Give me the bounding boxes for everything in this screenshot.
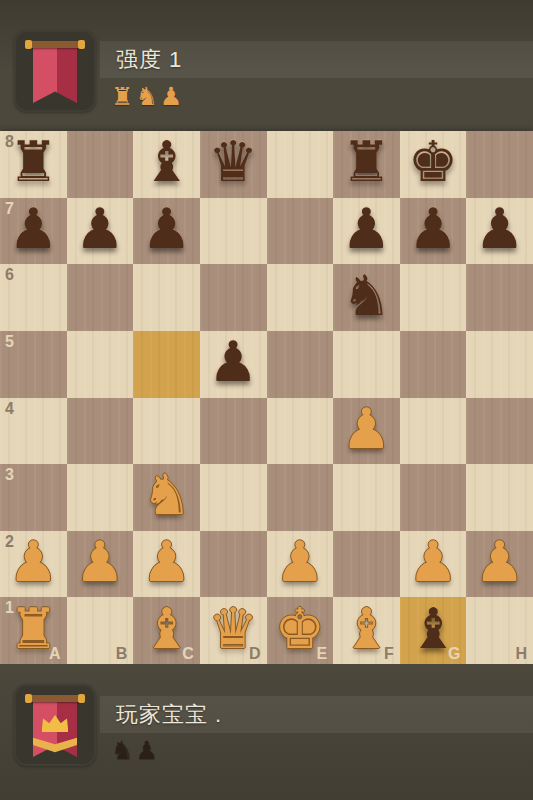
piece-black-king[interactable]: ♚ <box>408 134 458 190</box>
rank-label-3: 3 <box>5 466 14 484</box>
square-h3[interactable] <box>466 464 533 531</box>
piece-white-pawn[interactable]: ♟ <box>275 534 325 590</box>
square-a1[interactable]: 1A♜ <box>0 597 67 664</box>
square-a2[interactable]: 2♟ <box>0 531 67 598</box>
square-e3[interactable] <box>267 464 334 531</box>
player-name: 玩家宝宝 . <box>116 700 222 730</box>
square-d3[interactable] <box>200 464 267 531</box>
red-banner-icon <box>26 39 84 105</box>
square-a3[interactable]: 3 <box>0 464 67 531</box>
square-e6[interactable] <box>267 264 334 331</box>
file-label-h: H <box>515 645 527 663</box>
square-c6[interactable] <box>133 264 200 331</box>
opponent-bar: 强度 1 ♜♞♟ <box>0 0 533 131</box>
square-b1[interactable]: B <box>67 597 134 664</box>
square-b8[interactable] <box>67 131 134 198</box>
red-banner-crown-icon <box>26 693 84 759</box>
square-e7[interactable] <box>267 198 334 265</box>
square-g1[interactable]: G♝ <box>400 597 467 664</box>
square-h7[interactable]: ♟ <box>466 198 533 265</box>
square-f4[interactable]: ♟ <box>333 398 400 465</box>
file-label-e: E <box>316 645 327 663</box>
square-a5[interactable]: 5 <box>0 331 67 398</box>
square-b2[interactable]: ♟ <box>67 531 134 598</box>
chess-board: 8♜♝♛♜♚7♟♟♟♟♟♟6♞5♟4♟3♞2♟♟♟♟♟♟1A♜BC♝D♛E♚F♝… <box>0 131 533 664</box>
square-a8[interactable]: 8♜ <box>0 131 67 198</box>
rank-label-1: 1 <box>5 599 14 617</box>
piece-black-pawn[interactable]: ♟ <box>475 201 525 257</box>
square-f2[interactable] <box>333 531 400 598</box>
square-e5[interactable] <box>267 331 334 398</box>
square-h8[interactable] <box>466 131 533 198</box>
square-d7[interactable] <box>200 198 267 265</box>
piece-white-knight[interactable]: ♞ <box>141 467 191 523</box>
player-captured-tray: ♞♟ <box>111 738 160 763</box>
piece-black-queen[interactable]: ♛ <box>208 134 258 190</box>
square-b6[interactable] <box>67 264 134 331</box>
square-h4[interactable] <box>466 398 533 465</box>
piece-black-pawn[interactable]: ♟ <box>341 201 391 257</box>
square-g4[interactable] <box>400 398 467 465</box>
piece-white-pawn[interactable]: ♟ <box>408 534 458 590</box>
square-f5[interactable] <box>333 331 400 398</box>
square-g7[interactable]: ♟ <box>400 198 467 265</box>
rank-label-2: 2 <box>5 533 14 551</box>
square-e8[interactable] <box>267 131 334 198</box>
square-a4[interactable]: 4 <box>0 398 67 465</box>
rank-label-4: 4 <box>5 400 14 418</box>
square-g8[interactable]: ♚ <box>400 131 467 198</box>
square-g2[interactable]: ♟ <box>400 531 467 598</box>
player-name-band: 玩家宝宝 . <box>100 696 533 733</box>
piece-black-bishop[interactable]: ♝ <box>141 134 191 190</box>
square-c1[interactable]: C♝ <box>133 597 200 664</box>
piece-white-pawn[interactable]: ♟ <box>141 534 191 590</box>
square-c3[interactable]: ♞ <box>133 464 200 531</box>
file-label-f: F <box>384 645 394 663</box>
square-b5[interactable] <box>67 331 134 398</box>
file-label-d: D <box>249 645 261 663</box>
piece-black-pawn[interactable]: ♟ <box>8 201 58 257</box>
square-e2[interactable]: ♟ <box>267 531 334 598</box>
square-c7[interactable]: ♟ <box>133 198 200 265</box>
piece-white-pawn[interactable]: ♟ <box>341 401 391 457</box>
file-label-a: A <box>49 645 61 663</box>
square-h6[interactable] <box>466 264 533 331</box>
file-label-g: G <box>448 645 460 663</box>
player-avatar <box>14 684 96 766</box>
square-a7[interactable]: 7♟ <box>0 198 67 265</box>
square-d8[interactable]: ♛ <box>200 131 267 198</box>
piece-black-pawn[interactable]: ♟ <box>208 334 258 390</box>
piece-black-knight[interactable]: ♞ <box>341 268 391 324</box>
square-d4[interactable] <box>200 398 267 465</box>
piece-black-pawn[interactable]: ♟ <box>141 201 191 257</box>
square-f6[interactable]: ♞ <box>333 264 400 331</box>
piece-black-pawn[interactable]: ♟ <box>408 201 458 257</box>
square-d2[interactable] <box>200 531 267 598</box>
piece-black-pawn[interactable]: ♟ <box>75 201 125 257</box>
square-d6[interactable] <box>200 264 267 331</box>
rank-label-5: 5 <box>5 333 14 351</box>
square-d5[interactable]: ♟ <box>200 331 267 398</box>
square-c2[interactable]: ♟ <box>133 531 200 598</box>
square-c4[interactable] <box>133 398 200 465</box>
square-a6[interactable]: 6 <box>0 264 67 331</box>
square-e1[interactable]: E♚ <box>267 597 334 664</box>
square-h2[interactable]: ♟ <box>466 531 533 598</box>
opponent-name: 强度 1 <box>116 45 182 75</box>
piece-white-pawn[interactable]: ♟ <box>475 534 525 590</box>
square-f7[interactable]: ♟ <box>333 198 400 265</box>
piece-black-rook[interactable]: ♜ <box>8 134 58 190</box>
square-e4[interactable] <box>267 398 334 465</box>
square-g5[interactable] <box>400 331 467 398</box>
square-b3[interactable] <box>67 464 134 531</box>
square-f1[interactable]: F♝ <box>333 597 400 664</box>
square-b7[interactable]: ♟ <box>67 198 134 265</box>
file-label-b: B <box>116 645 128 663</box>
square-c5[interactable] <box>133 331 200 398</box>
square-d1[interactable]: D♛ <box>200 597 267 664</box>
square-f8[interactable]: ♜ <box>333 131 400 198</box>
square-h5[interactable] <box>466 331 533 398</box>
opponent-captured-tray: ♜♞♟ <box>111 84 184 109</box>
rank-label-7: 7 <box>5 200 14 218</box>
piece-black-rook[interactable]: ♜ <box>341 134 391 190</box>
square-b4[interactable] <box>67 398 134 465</box>
opponent-avatar <box>14 30 96 112</box>
square-f3[interactable] <box>333 464 400 531</box>
square-g6[interactable] <box>400 264 467 331</box>
rank-label-6: 6 <box>5 266 14 284</box>
piece-white-pawn[interactable]: ♟ <box>75 534 125 590</box>
file-label-c: C <box>182 645 194 663</box>
opponent-name-band: 强度 1 <box>100 41 533 78</box>
square-c8[interactable]: ♝ <box>133 131 200 198</box>
piece-white-pawn[interactable]: ♟ <box>8 534 58 590</box>
rank-label-8: 8 <box>5 133 14 151</box>
square-h1[interactable]: H <box>466 597 533 664</box>
square-g3[interactable] <box>400 464 467 531</box>
player-bar: 玩家宝宝 . ♞♟ <box>0 664 533 800</box>
